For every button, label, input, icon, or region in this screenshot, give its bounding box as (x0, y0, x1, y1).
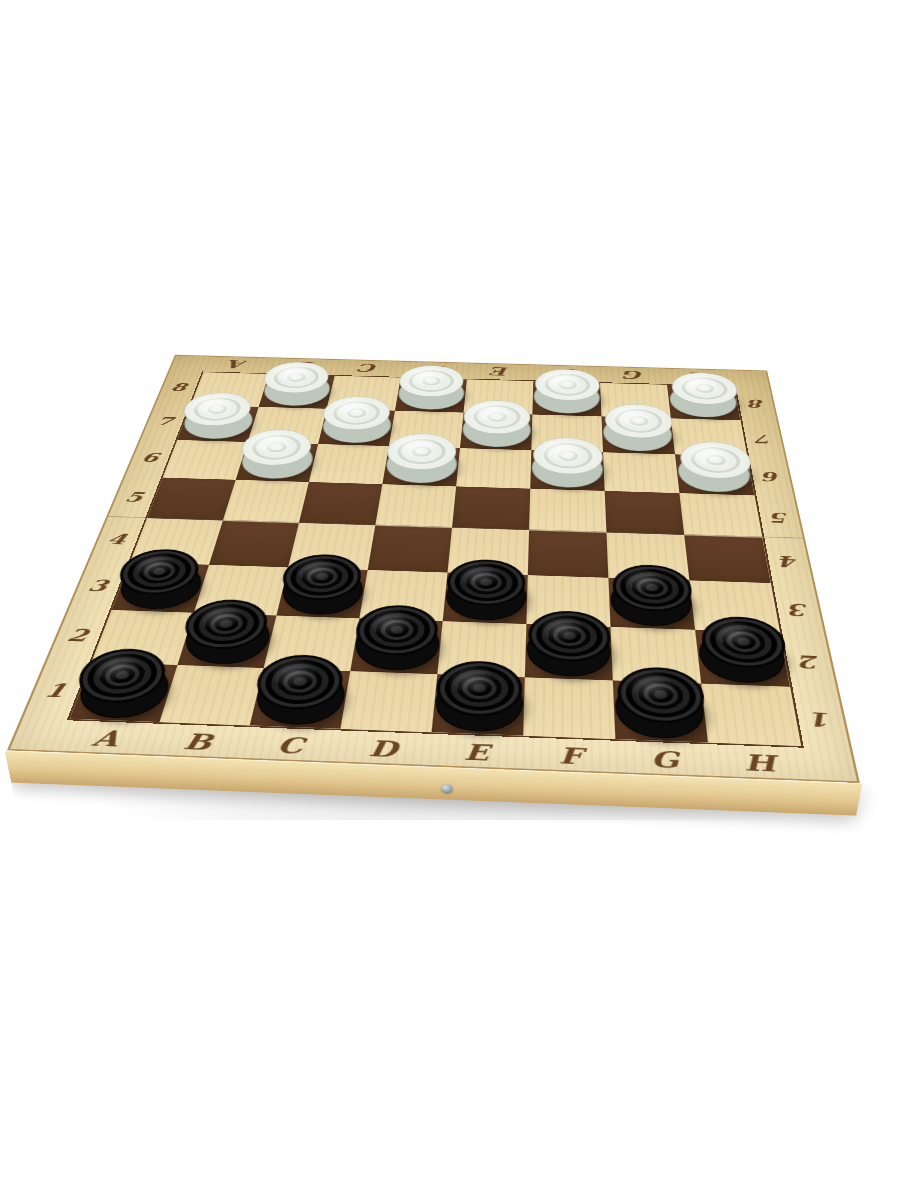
checker-white-b6[interactable] (238, 443, 315, 480)
checker-white-d8[interactable] (397, 379, 464, 412)
checker-black-h2[interactable] (698, 631, 787, 684)
product-photo-scene: ABCDEFGH ABCDEFGH 12345678 12345678 (0, 0, 900, 1200)
checker-black-f2[interactable] (528, 626, 610, 679)
rank-label-right-7: 7 (742, 420, 786, 457)
checker-white-e7[interactable] (462, 414, 530, 449)
checker-white-h6[interactable] (677, 456, 751, 494)
checker-white-d6[interactable] (385, 447, 458, 485)
checker-white-h8[interactable] (669, 386, 738, 419)
checker-white-f6[interactable] (533, 451, 603, 489)
checker-white-b8[interactable] (261, 375, 332, 407)
checker-black-g1[interactable] (616, 682, 705, 740)
checker-black-b2[interactable] (181, 614, 274, 666)
checker-white-g7[interactable] (604, 418, 673, 454)
pieces-layer (70, 372, 801, 746)
checkers-board: ABCDEFGH ABCDEFGH 12345678 12345678 (7, 355, 860, 783)
rank-label-right-8: 8 (736, 386, 779, 421)
checker-black-d2[interactable] (353, 620, 439, 672)
checker-white-a7[interactable] (180, 406, 256, 441)
checker-white-c7[interactable] (321, 410, 393, 445)
checker-black-e1[interactable] (435, 676, 522, 734)
checker-black-g3[interactable] (611, 579, 692, 628)
checker-white-f8[interactable] (535, 382, 600, 415)
checker-black-e3[interactable] (445, 574, 525, 622)
checker-black-a1[interactable] (73, 664, 174, 720)
checker-black-a3[interactable] (115, 564, 206, 611)
checker-black-c3[interactable] (279, 569, 364, 617)
screw (441, 784, 452, 792)
checker-black-c1[interactable] (253, 670, 347, 727)
file-label-bottom-b: B (147, 724, 248, 760)
